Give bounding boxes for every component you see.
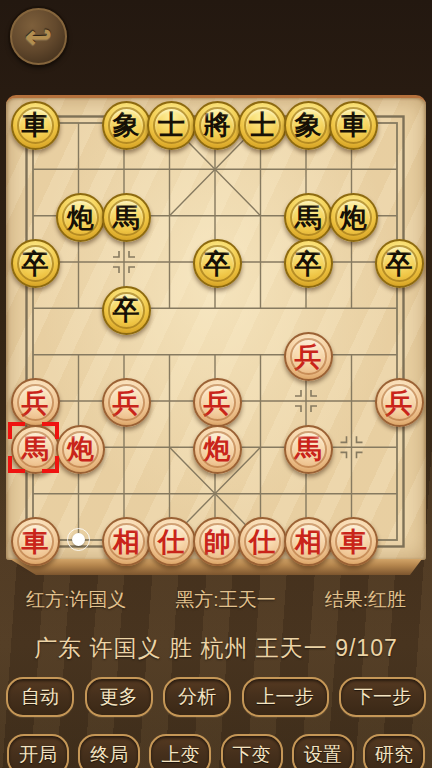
piece-black-soldier[interactable]: 卒 (11, 239, 60, 288)
back-button[interactable]: ↩ (10, 8, 67, 65)
more-button[interactable]: 更多 (85, 677, 153, 717)
piece-black-soldier[interactable]: 卒 (102, 286, 151, 335)
info-bar: 红方:许国义 黑方:王天一 结果:红胜 (0, 586, 432, 614)
piece-black-rook[interactable]: 車 (11, 101, 60, 150)
piece-red-horse[interactable]: 馬 (284, 425, 333, 474)
board: 車象士將士象車炮馬馬炮卒卒卒卒卒兵兵兵兵兵馬炮炮馬車相仕帥仕相車 (6, 95, 426, 575)
piece-black-general[interactable]: 將 (193, 101, 242, 150)
auto-button[interactable]: 自动 (6, 677, 74, 717)
app-screen: ↩ 車象士將士象車炮馬馬炮卒卒卒卒卒兵兵兵兵兵馬炮炮馬車相仕帥仕相車 红方:许国… (0, 0, 432, 768)
piece-red-soldier[interactable]: 兵 (193, 378, 242, 427)
piece-red-cannon[interactable]: 炮 (193, 425, 242, 474)
piece-black-soldier[interactable]: 卒 (375, 239, 424, 288)
toolbar-secondary: 开局终局上变下变设置研究 (0, 734, 432, 768)
piece-red-horse[interactable]: 馬 (11, 425, 60, 474)
board-grid (6, 98, 426, 560)
prev-move-button[interactable]: 上一步 (242, 677, 329, 717)
piece-red-rook[interactable]: 車 (11, 517, 60, 566)
piece-red-elephant[interactable]: 相 (102, 517, 151, 566)
piece-black-elephant[interactable]: 象 (102, 101, 151, 150)
analyze-button[interactable]: 分析 (163, 677, 231, 717)
game-title: 广东 许国义 胜 杭州 王天一 9/107 (0, 632, 432, 664)
piece-red-soldier[interactable]: 兵 (284, 332, 333, 381)
piece-black-advisor[interactable]: 士 (147, 101, 196, 150)
piece-black-cannon[interactable]: 炮 (329, 193, 378, 242)
black-player-label: 黑方:王天一 (175, 587, 275, 613)
opening-button[interactable]: 开局 (7, 734, 69, 768)
piece-red-elephant[interactable]: 相 (284, 517, 333, 566)
result-label: 结果:红胜 (325, 587, 406, 613)
piece-black-cannon[interactable]: 炮 (56, 193, 105, 242)
board-surface[interactable]: 車象士將士象車炮馬馬炮卒卒卒卒卒兵兵兵兵兵馬炮炮馬車相仕帥仕相車 (6, 95, 426, 560)
piece-black-elephant[interactable]: 象 (284, 101, 333, 150)
settings-button[interactable]: 设置 (292, 734, 354, 768)
prev-variation-button[interactable]: 上变 (149, 734, 211, 768)
piece-black-horse[interactable]: 馬 (284, 193, 333, 242)
piece-red-cannon[interactable]: 炮 (56, 425, 105, 474)
next-variation-button[interactable]: 下变 (221, 734, 283, 768)
next-move-button[interactable]: 下一步 (339, 677, 426, 717)
piece-black-soldier[interactable]: 卒 (284, 239, 333, 288)
last-move-origin-dot (72, 533, 85, 546)
piece-red-general[interactable]: 帥 (193, 517, 242, 566)
piece-red-soldier[interactable]: 兵 (375, 378, 424, 427)
return-arrow-icon: ↩ (25, 21, 52, 53)
toolbar-primary: 自动更多分析上一步下一步 (0, 677, 432, 717)
endgame-button[interactable]: 终局 (78, 734, 140, 768)
piece-black-horse[interactable]: 馬 (102, 193, 151, 242)
piece-black-rook[interactable]: 車 (329, 101, 378, 150)
piece-red-soldier[interactable]: 兵 (102, 378, 151, 427)
piece-red-soldier[interactable]: 兵 (11, 378, 60, 427)
research-button[interactable]: 研究 (363, 734, 425, 768)
piece-black-soldier[interactable]: 卒 (193, 239, 242, 288)
red-player-label: 红方:许国义 (26, 587, 126, 613)
piece-black-advisor[interactable]: 士 (238, 101, 287, 150)
